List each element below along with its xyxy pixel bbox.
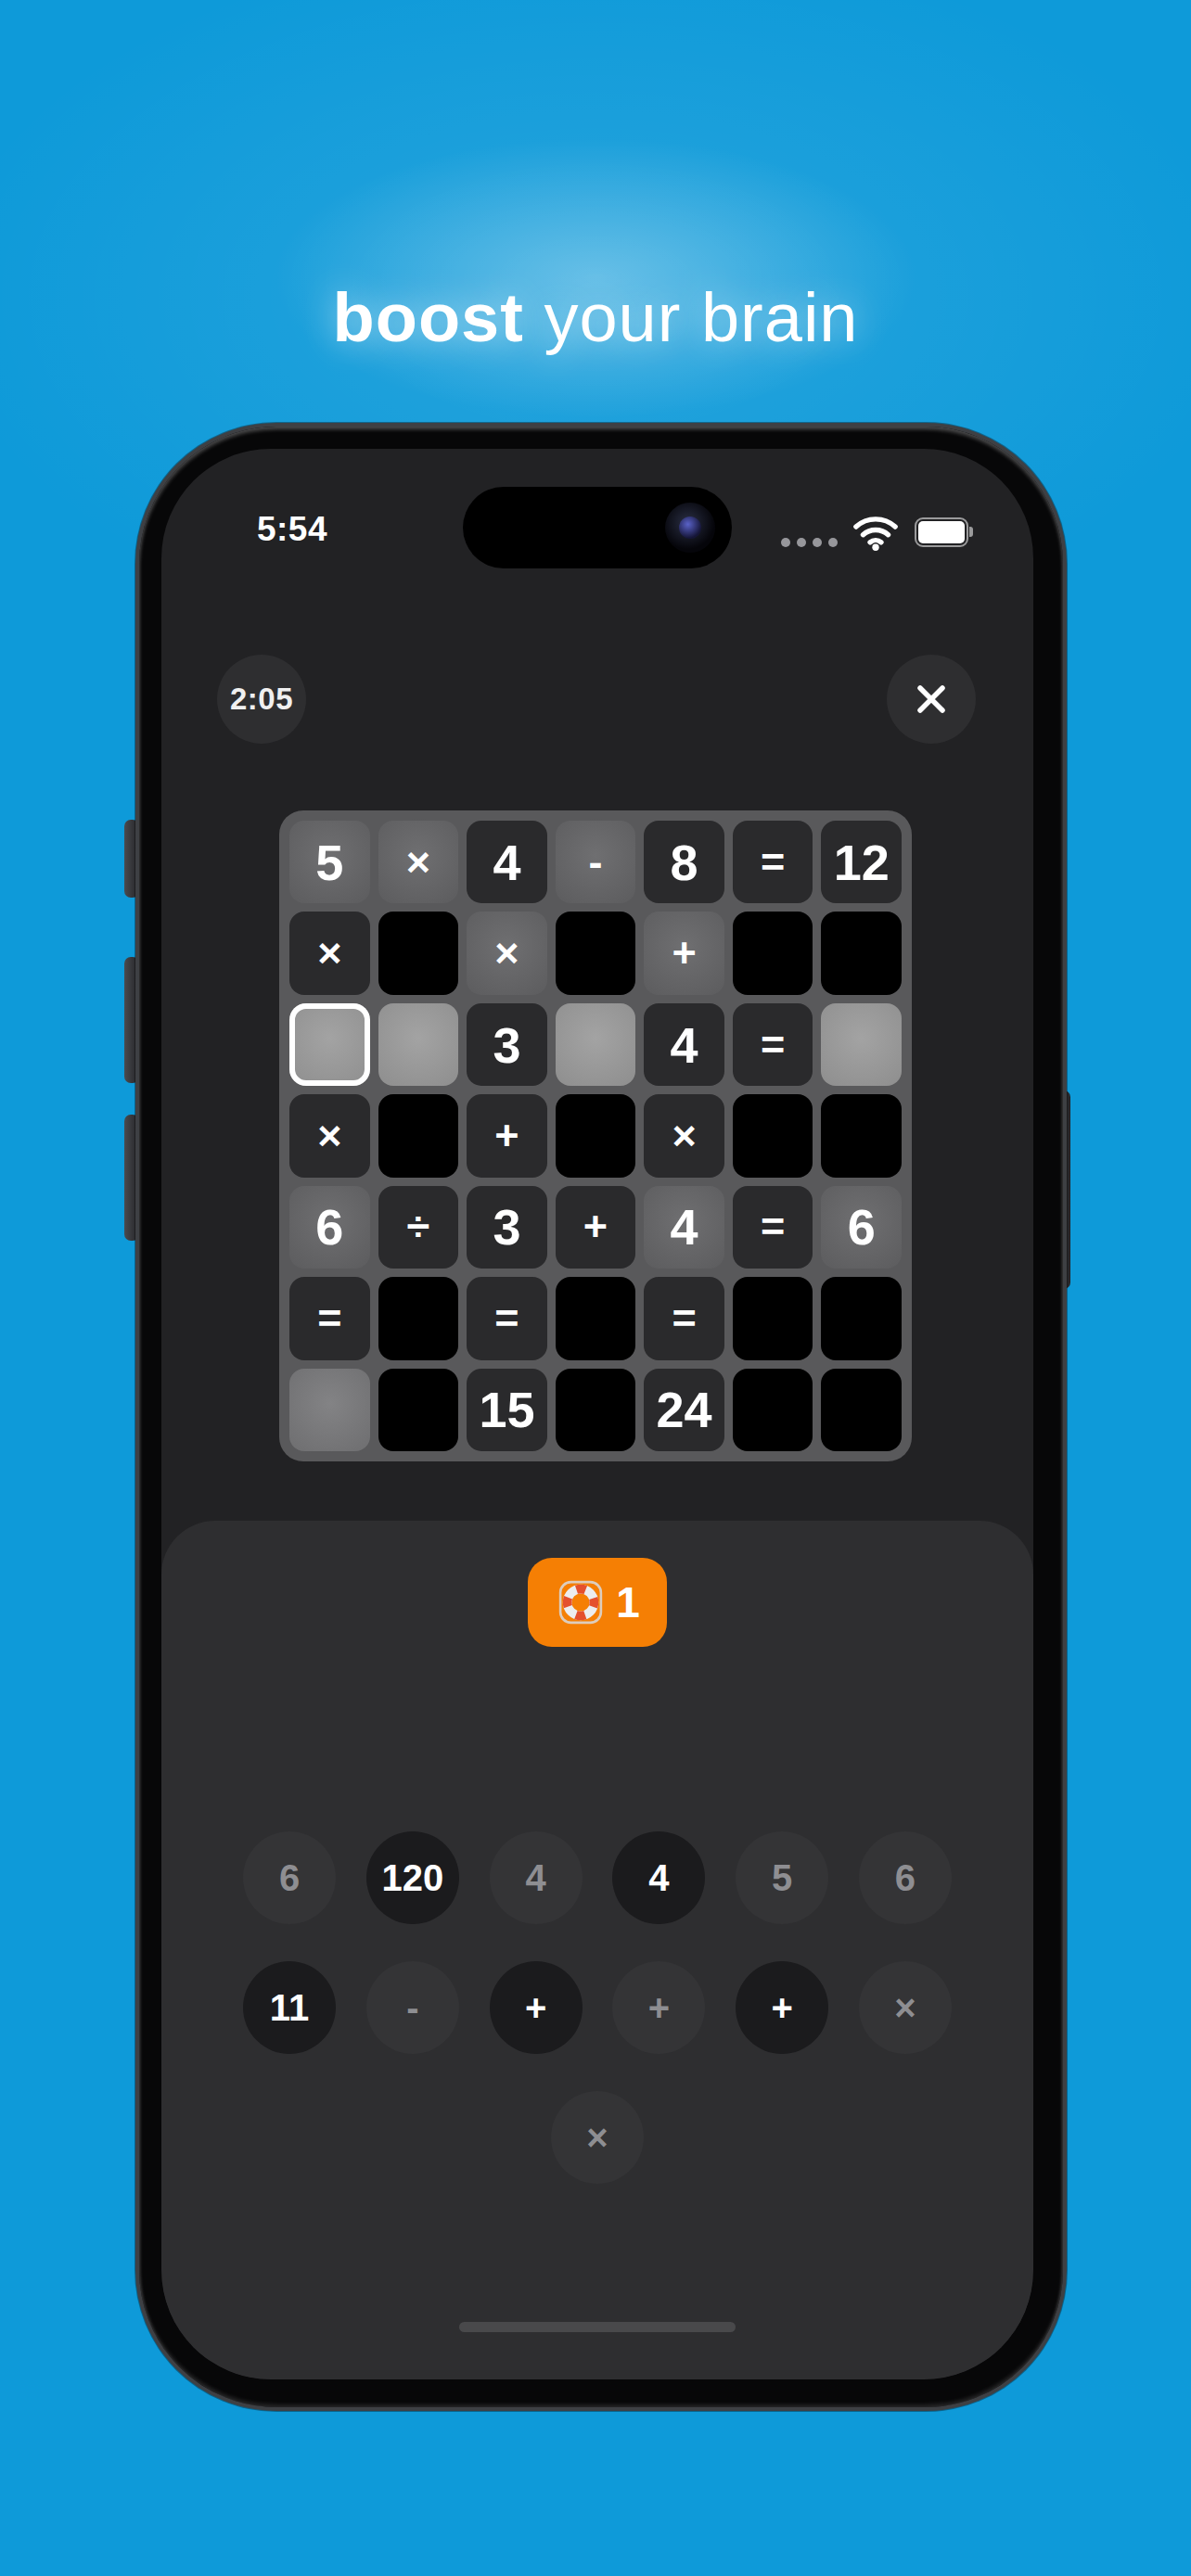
cell-r2c2 — [378, 912, 459, 994]
cell-r6c3: = — [467, 1277, 547, 1359]
cell-r5c3: 3 — [467, 1186, 547, 1269]
cell-value: = — [761, 838, 785, 886]
cell-r7c4 — [556, 1369, 636, 1451]
cell-r1c7: 12 — [821, 821, 902, 903]
cell-value: + — [494, 1112, 519, 1160]
tray-button-×[interactable]: × — [551, 2091, 644, 2184]
status-time: 5:54 — [232, 510, 352, 549]
cellular-dots-icon — [781, 538, 838, 547]
cell-r3c6: = — [733, 1003, 813, 1086]
cell-r3c7[interactable] — [821, 1003, 902, 1086]
cell-r5c1[interactable]: 6 — [289, 1186, 370, 1269]
cell-r2c3[interactable]: × — [467, 912, 547, 994]
cell-r4c2 — [378, 1094, 459, 1177]
cell-r5c7[interactable]: 6 — [821, 1186, 902, 1269]
tray-button-4[interactable]: 4 — [612, 1831, 705, 1924]
cell-r2c4 — [556, 912, 636, 994]
cell-r1c3: 4 — [467, 821, 547, 903]
cell-r7c2 — [378, 1369, 459, 1451]
cell-r1c2[interactable]: × — [378, 821, 459, 903]
cell-value: × — [494, 929, 519, 977]
home-indicator[interactable] — [459, 2322, 736, 2332]
cell-value: 3 — [493, 1198, 520, 1256]
tray-row-1: 61204456 — [243, 1831, 952, 1924]
cell-r4c1: × — [289, 1094, 370, 1177]
cell-r6c7 — [821, 1277, 902, 1359]
title-regular: your brain — [524, 279, 859, 356]
cell-r2c1: × — [289, 912, 370, 994]
cell-r6c6 — [733, 1277, 813, 1359]
battery-icon — [915, 517, 968, 547]
cell-value: - — [588, 838, 602, 886]
close-button[interactable] — [887, 655, 976, 744]
tray-row-2: 11-+++× — [243, 1961, 952, 2054]
cell-r3c1[interactable] — [289, 1003, 370, 1086]
cell-r7c1[interactable] — [289, 1369, 370, 1451]
wifi-icon — [852, 514, 900, 551]
cell-r6c2 — [378, 1277, 459, 1359]
page-background: boost your brain 5:54 2:05 — [0, 0, 1191, 2576]
cell-value: = — [761, 1021, 785, 1069]
tray-button-×[interactable]: × — [859, 1961, 952, 2054]
cell-r2c7 — [821, 912, 902, 994]
cell-r1c4[interactable]: - — [556, 821, 636, 903]
cell-value: = — [672, 1294, 696, 1343]
phone-screen: 5:54 2:05 5×4-8=12××+34=×+×6÷3+4=6===152… — [161, 449, 1033, 2379]
cell-value: 3 — [493, 1016, 520, 1074]
puzzle-grid: 5×4-8=12××+34=×+×6÷3+4=6===1524 — [279, 810, 912, 1461]
tray-button-6[interactable]: 6 — [243, 1831, 336, 1924]
tray-button-+[interactable]: + — [736, 1961, 828, 2054]
cell-r2c6 — [733, 912, 813, 994]
tray-button-+[interactable]: + — [490, 1961, 583, 2054]
dynamic-island — [463, 487, 732, 568]
cell-r3c3: 3 — [467, 1003, 547, 1086]
cell-r7c6 — [733, 1369, 813, 1451]
cell-value: 6 — [315, 1198, 343, 1256]
tray-button-+[interactable]: + — [612, 1961, 705, 2054]
tray-row-3: × — [551, 2091, 644, 2184]
cell-r3c4[interactable] — [556, 1003, 636, 1086]
cell-r5c4: + — [556, 1186, 636, 1269]
cell-value: 24 — [657, 1381, 712, 1438]
tray-button-11[interactable]: 11 — [243, 1961, 336, 2054]
cell-r1c5: 8 — [644, 821, 724, 903]
tray-button--[interactable]: - — [366, 1961, 459, 2054]
cell-r7c3: 15 — [467, 1369, 547, 1451]
hint-count: 1 — [616, 1577, 640, 1627]
cell-r6c4 — [556, 1277, 636, 1359]
cell-value: = — [317, 1294, 341, 1343]
close-icon — [912, 680, 951, 719]
hint-button[interactable]: 1 — [528, 1558, 667, 1647]
page-title: boost your brain — [0, 278, 1191, 358]
cell-value: ÷ — [407, 1203, 430, 1251]
cell-value: 4 — [671, 1016, 698, 1074]
cell-value: × — [317, 1112, 341, 1160]
cell-value: × — [406, 838, 430, 886]
timer-text: 2:05 — [230, 682, 293, 717]
cell-value: × — [317, 929, 341, 977]
tray-panel: 1 61204456 11-+++× × — [161, 1521, 1033, 2379]
tray-button-5[interactable]: 5 — [736, 1831, 828, 1924]
cell-r4c5: × — [644, 1094, 724, 1177]
cell-r6c5: = — [644, 1277, 724, 1359]
cell-value: 12 — [834, 834, 890, 891]
cell-r5c2: ÷ — [378, 1186, 459, 1269]
cell-value: 4 — [671, 1198, 698, 1256]
cell-r1c6: = — [733, 821, 813, 903]
cell-value: + — [583, 1203, 608, 1251]
cell-r2c5[interactable]: + — [644, 912, 724, 994]
cell-value: × — [672, 1112, 696, 1160]
cell-r7c7 — [821, 1369, 902, 1451]
tray-button-120[interactable]: 120 — [366, 1831, 459, 1924]
cell-value: 8 — [671, 834, 698, 891]
tray-button-4[interactable]: 4 — [490, 1831, 583, 1924]
cell-value: 4 — [493, 834, 520, 891]
cell-r4c4 — [556, 1094, 636, 1177]
cell-r3c2[interactable] — [378, 1003, 459, 1086]
cell-value: 5 — [315, 834, 343, 891]
timer-badge: 2:05 — [217, 655, 306, 744]
cell-r4c6 — [733, 1094, 813, 1177]
cell-value: 6 — [848, 1198, 876, 1256]
cell-r3c5: 4 — [644, 1003, 724, 1086]
tray-button-6[interactable]: 6 — [859, 1831, 952, 1924]
cell-value: 15 — [479, 1381, 534, 1438]
lifebuoy-icon — [555, 1576, 607, 1628]
cell-r1c1[interactable]: 5 — [289, 821, 370, 903]
cell-r7c5: 24 — [644, 1369, 724, 1451]
title-bold: boost — [332, 279, 523, 356]
cell-value: = — [494, 1294, 519, 1343]
cell-value: = — [761, 1203, 785, 1251]
cell-r5c6: = — [733, 1186, 813, 1269]
cell-value: + — [672, 929, 696, 977]
cell-r5c5[interactable]: 4 — [644, 1186, 724, 1269]
cell-r4c7 — [821, 1094, 902, 1177]
cell-r6c1: = — [289, 1277, 370, 1359]
cell-r4c3: + — [467, 1094, 547, 1177]
camera-lens-icon — [665, 503, 715, 553]
